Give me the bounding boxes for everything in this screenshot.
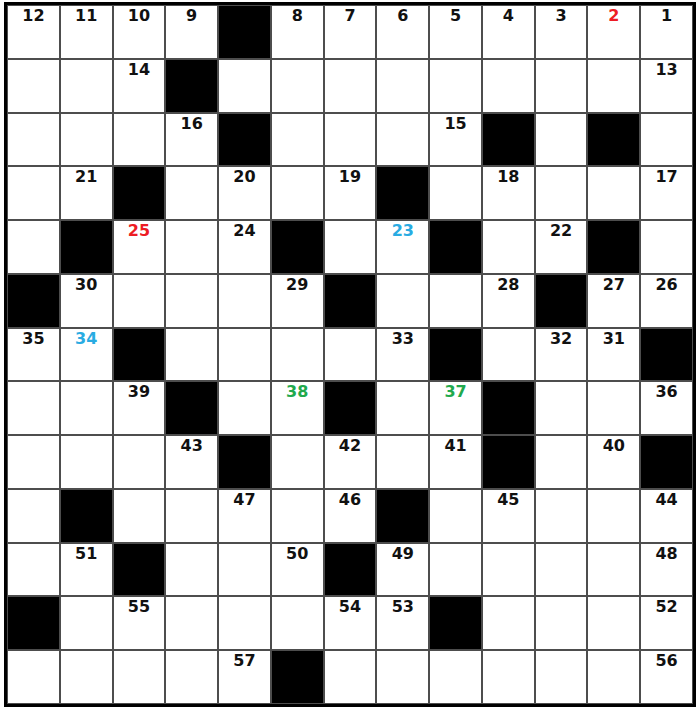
black-cell-r9c10 xyxy=(482,435,535,489)
white-cell-r13c8[interactable] xyxy=(376,650,429,704)
white-cell-r9c11[interactable] xyxy=(535,435,588,489)
white-cell-r2c8[interactable] xyxy=(376,59,429,113)
white-cell-r8c2[interactable] xyxy=(60,381,113,435)
clue-number-40: 40 xyxy=(603,436,625,455)
black-cell-r7c13 xyxy=(640,328,693,382)
white-cell-r2c10[interactable] xyxy=(482,59,535,113)
black-cell-r4c3 xyxy=(113,166,166,220)
white-cell-r4c7[interactable]: 19 xyxy=(324,166,377,220)
white-cell-r4c13[interactable]: 17 xyxy=(640,166,693,220)
clue-number-18: 18 xyxy=(497,167,519,186)
white-cell-r9c2[interactable] xyxy=(60,435,113,489)
clue-number-24: 24 xyxy=(233,221,255,240)
clue-number-9: 9 xyxy=(186,6,197,25)
white-cell-r13c2[interactable] xyxy=(60,650,113,704)
black-cell-r13c6 xyxy=(271,650,324,704)
clue-number-36: 36 xyxy=(655,382,677,401)
white-cell-r9c4[interactable]: 43 xyxy=(165,435,218,489)
white-cell-r7c2[interactable]: 34 xyxy=(60,328,113,382)
white-cell-r8c3[interactable]: 39 xyxy=(113,381,166,435)
clue-number-25: 25 xyxy=(128,221,150,240)
white-cell-r8c9[interactable]: 37 xyxy=(429,381,482,435)
clue-number-5: 5 xyxy=(450,6,461,25)
white-cell-r8c1[interactable] xyxy=(7,381,60,435)
white-cell-r3c8[interactable] xyxy=(376,113,429,167)
white-cell-r12c12[interactable] xyxy=(587,596,640,650)
white-cell-r13c12[interactable] xyxy=(587,650,640,704)
clue-number-50: 50 xyxy=(286,544,308,563)
white-cell-r1c9[interactable]: 5 xyxy=(429,5,482,59)
white-cell-r13c11[interactable] xyxy=(535,650,588,704)
white-cell-r7c7[interactable] xyxy=(324,328,377,382)
clue-number-55: 55 xyxy=(128,597,150,616)
white-cell-r6c5[interactable] xyxy=(218,274,271,328)
white-cell-r7c6[interactable] xyxy=(271,328,324,382)
white-cell-r4c1[interactable] xyxy=(7,166,60,220)
white-cell-r6c6[interactable]: 29 xyxy=(271,274,324,328)
white-cell-r12c11[interactable] xyxy=(535,596,588,650)
white-cell-r10c7[interactable]: 46 xyxy=(324,489,377,543)
white-cell-r11c13[interactable]: 48 xyxy=(640,543,693,597)
black-cell-r7c3 xyxy=(113,328,166,382)
white-cell-r5c11[interactable]: 22 xyxy=(535,220,588,274)
clue-number-26: 26 xyxy=(655,275,677,294)
clue-number-12: 12 xyxy=(22,6,44,25)
white-cell-r8c11[interactable] xyxy=(535,381,588,435)
white-cell-r3c3[interactable] xyxy=(113,113,166,167)
clue-number-39: 39 xyxy=(128,382,150,401)
black-cell-r12c9 xyxy=(429,596,482,650)
white-cell-r2c6[interactable] xyxy=(271,59,324,113)
clue-number-51: 51 xyxy=(75,544,97,563)
white-cell-r11c12[interactable] xyxy=(587,543,640,597)
white-cell-r5c1[interactable] xyxy=(7,220,60,274)
white-cell-r3c11[interactable] xyxy=(535,113,588,167)
white-cell-r6c10[interactable]: 28 xyxy=(482,274,535,328)
white-cell-r9c6[interactable] xyxy=(271,435,324,489)
white-cell-r4c4[interactable] xyxy=(165,166,218,220)
white-cell-r12c13[interactable]: 52 xyxy=(640,596,693,650)
clue-number-45: 45 xyxy=(497,490,519,509)
white-cell-r5c8[interactable]: 23 xyxy=(376,220,429,274)
clue-number-52: 52 xyxy=(655,597,677,616)
white-cell-r4c5[interactable]: 20 xyxy=(218,166,271,220)
white-cell-r11c9[interactable] xyxy=(429,543,482,597)
white-cell-r10c9[interactable] xyxy=(429,489,482,543)
clue-number-7: 7 xyxy=(344,6,355,25)
white-cell-r7c8[interactable]: 33 xyxy=(376,328,429,382)
white-cell-r10c3[interactable] xyxy=(113,489,166,543)
white-cell-r1c2[interactable]: 11 xyxy=(60,5,113,59)
clue-number-34: 34 xyxy=(75,329,97,348)
white-cell-r10c10[interactable]: 45 xyxy=(482,489,535,543)
clue-number-3: 3 xyxy=(556,6,567,25)
clue-number-56: 56 xyxy=(655,651,677,670)
white-cell-r2c7[interactable] xyxy=(324,59,377,113)
clue-number-4: 4 xyxy=(503,6,514,25)
white-cell-r8c12[interactable] xyxy=(587,381,640,435)
clue-number-47: 47 xyxy=(233,490,255,509)
white-cell-r7c4[interactable] xyxy=(165,328,218,382)
black-cell-r6c11 xyxy=(535,274,588,328)
white-cell-r6c8[interactable] xyxy=(376,274,429,328)
white-cell-r10c5[interactable]: 47 xyxy=(218,489,271,543)
clue-number-22: 22 xyxy=(550,221,572,240)
white-cell-r3c1[interactable] xyxy=(7,113,60,167)
clue-number-14: 14 xyxy=(128,60,150,79)
black-cell-r5c2 xyxy=(60,220,113,274)
clue-number-31: 31 xyxy=(603,329,625,348)
clue-number-28: 28 xyxy=(497,275,519,294)
white-cell-r1c8[interactable]: 6 xyxy=(376,5,429,59)
white-cell-r11c4[interactable] xyxy=(165,543,218,597)
white-cell-r12c3[interactable]: 55 xyxy=(113,596,166,650)
white-cell-r12c2[interactable] xyxy=(60,596,113,650)
white-cell-r1c10[interactable]: 4 xyxy=(482,5,535,59)
white-cell-r2c2[interactable] xyxy=(60,59,113,113)
white-cell-r9c12[interactable]: 40 xyxy=(587,435,640,489)
clue-number-17: 17 xyxy=(655,167,677,186)
white-cell-r1c13[interactable]: 1 xyxy=(640,5,693,59)
clue-number-35: 35 xyxy=(22,329,44,348)
white-cell-r6c2[interactable]: 30 xyxy=(60,274,113,328)
clue-number-21: 21 xyxy=(75,167,97,186)
crossword-board: 1211109876543211413161521201918172524232… xyxy=(4,2,696,707)
white-cell-r12c4[interactable] xyxy=(165,596,218,650)
white-cell-r11c1[interactable] xyxy=(7,543,60,597)
white-cell-r1c7[interactable]: 7 xyxy=(324,5,377,59)
clue-number-6: 6 xyxy=(397,6,408,25)
white-cell-r1c11[interactable]: 3 xyxy=(535,5,588,59)
black-cell-r8c4 xyxy=(165,381,218,435)
clue-number-38: 38 xyxy=(286,382,308,401)
clue-number-13: 13 xyxy=(655,60,677,79)
clue-number-2: 2 xyxy=(608,6,619,25)
clue-number-1: 1 xyxy=(661,6,672,25)
white-cell-r1c6[interactable]: 8 xyxy=(271,5,324,59)
white-cell-r13c7[interactable] xyxy=(324,650,377,704)
clue-number-29: 29 xyxy=(286,275,308,294)
white-cell-r12c6[interactable] xyxy=(271,596,324,650)
clue-number-15: 15 xyxy=(444,114,466,133)
white-cell-r11c5[interactable] xyxy=(218,543,271,597)
black-cell-r11c3 xyxy=(113,543,166,597)
white-cell-r1c3[interactable]: 10 xyxy=(113,5,166,59)
white-cell-r13c9[interactable] xyxy=(429,650,482,704)
white-cell-r4c9[interactable] xyxy=(429,166,482,220)
clue-number-19: 19 xyxy=(339,167,361,186)
white-cell-r9c7[interactable]: 42 xyxy=(324,435,377,489)
white-cell-r4c10[interactable]: 18 xyxy=(482,166,535,220)
black-cell-r9c5 xyxy=(218,435,271,489)
black-cell-r7c9 xyxy=(429,328,482,382)
clue-number-33: 33 xyxy=(392,329,414,348)
clue-number-54: 54 xyxy=(339,597,361,616)
white-cell-r4c2[interactable]: 21 xyxy=(60,166,113,220)
white-cell-r4c12[interactable] xyxy=(587,166,640,220)
black-cell-r6c1 xyxy=(7,274,60,328)
white-cell-r4c6[interactable] xyxy=(271,166,324,220)
white-cell-r11c11[interactable] xyxy=(535,543,588,597)
white-cell-r13c4[interactable] xyxy=(165,650,218,704)
black-cell-r11c7 xyxy=(324,543,377,597)
black-cell-r3c12 xyxy=(587,113,640,167)
clue-number-20: 20 xyxy=(233,167,255,186)
white-cell-r5c7[interactable] xyxy=(324,220,377,274)
black-cell-r5c9 xyxy=(429,220,482,274)
white-cell-r3c2[interactable] xyxy=(60,113,113,167)
white-cell-r3c9[interactable]: 15 xyxy=(429,113,482,167)
white-cell-r12c7[interactable]: 54 xyxy=(324,596,377,650)
white-cell-r8c13[interactable]: 36 xyxy=(640,381,693,435)
white-cell-r9c8[interactable] xyxy=(376,435,429,489)
white-cell-r10c12[interactable] xyxy=(587,489,640,543)
black-cell-r5c6 xyxy=(271,220,324,274)
black-cell-r2c4 xyxy=(165,59,218,113)
white-cell-r3c7[interactable] xyxy=(324,113,377,167)
white-cell-r7c1[interactable]: 35 xyxy=(7,328,60,382)
clue-number-42: 42 xyxy=(339,436,361,455)
black-cell-r12c1 xyxy=(7,596,60,650)
clue-number-46: 46 xyxy=(339,490,361,509)
clue-number-27: 27 xyxy=(603,275,625,294)
clue-number-43: 43 xyxy=(181,436,203,455)
white-cell-r6c13[interactable]: 26 xyxy=(640,274,693,328)
white-cell-r2c11[interactable] xyxy=(535,59,588,113)
black-cell-r6c7 xyxy=(324,274,377,328)
white-cell-r7c11[interactable]: 32 xyxy=(535,328,588,382)
white-cell-r5c5[interactable]: 24 xyxy=(218,220,271,274)
black-cell-r9c13 xyxy=(640,435,693,489)
white-cell-r3c4[interactable]: 16 xyxy=(165,113,218,167)
white-cell-r12c5[interactable] xyxy=(218,596,271,650)
white-cell-r12c10[interactable] xyxy=(482,596,535,650)
white-cell-r10c6[interactable] xyxy=(271,489,324,543)
white-cell-r10c13[interactable]: 44 xyxy=(640,489,693,543)
white-cell-r9c3[interactable] xyxy=(113,435,166,489)
clue-number-16: 16 xyxy=(181,114,203,133)
white-cell-r8c6[interactable]: 38 xyxy=(271,381,324,435)
white-cell-r11c8[interactable]: 49 xyxy=(376,543,429,597)
white-cell-r2c3[interactable]: 14 xyxy=(113,59,166,113)
white-cell-r3c13[interactable] xyxy=(640,113,693,167)
clue-number-8: 8 xyxy=(292,6,303,25)
white-cell-r11c10[interactable] xyxy=(482,543,535,597)
clue-number-10: 10 xyxy=(128,6,150,25)
white-cell-r7c5[interactable] xyxy=(218,328,271,382)
clue-number-30: 30 xyxy=(75,275,97,294)
clue-number-48: 48 xyxy=(655,544,677,563)
white-cell-r8c8[interactable] xyxy=(376,381,429,435)
black-cell-r8c10 xyxy=(482,381,535,435)
clue-number-41: 41 xyxy=(444,436,466,455)
clue-number-49: 49 xyxy=(392,544,414,563)
white-cell-r1c12[interactable]: 2 xyxy=(587,5,640,59)
white-cell-r5c4[interactable] xyxy=(165,220,218,274)
white-cell-r7c10[interactable] xyxy=(482,328,535,382)
white-cell-r6c4[interactable] xyxy=(165,274,218,328)
white-cell-r9c1[interactable] xyxy=(7,435,60,489)
black-cell-r10c8 xyxy=(376,489,429,543)
white-cell-r2c1[interactable] xyxy=(7,59,60,113)
white-cell-r4c11[interactable] xyxy=(535,166,588,220)
black-cell-r4c8 xyxy=(376,166,429,220)
white-cell-r6c12[interactable]: 27 xyxy=(587,274,640,328)
clue-number-44: 44 xyxy=(655,490,677,509)
white-cell-r10c4[interactable] xyxy=(165,489,218,543)
white-cell-r3c6[interactable] xyxy=(271,113,324,167)
black-cell-r1c5 xyxy=(218,5,271,59)
white-cell-r2c9[interactable] xyxy=(429,59,482,113)
clue-number-37: 37 xyxy=(444,382,466,401)
white-cell-r2c5[interactable] xyxy=(218,59,271,113)
clue-number-32: 32 xyxy=(550,329,572,348)
white-cell-r6c3[interactable] xyxy=(113,274,166,328)
white-cell-r5c3[interactable]: 25 xyxy=(113,220,166,274)
clue-number-23: 23 xyxy=(392,221,414,240)
white-cell-r13c10[interactable] xyxy=(482,650,535,704)
white-cell-r2c13[interactable]: 13 xyxy=(640,59,693,113)
white-cell-r7c12[interactable]: 31 xyxy=(587,328,640,382)
white-cell-r13c5[interactable]: 57 xyxy=(218,650,271,704)
white-cell-r10c1[interactable] xyxy=(7,489,60,543)
black-cell-r5c12 xyxy=(587,220,640,274)
white-cell-r11c6[interactable]: 50 xyxy=(271,543,324,597)
black-cell-r10c2 xyxy=(60,489,113,543)
white-cell-r13c3[interactable] xyxy=(113,650,166,704)
white-cell-r2c12[interactable] xyxy=(587,59,640,113)
black-cell-r3c10 xyxy=(482,113,535,167)
white-cell-r11c2[interactable]: 51 xyxy=(60,543,113,597)
white-cell-r8c5[interactable] xyxy=(218,381,271,435)
white-cell-r5c13[interactable] xyxy=(640,220,693,274)
white-cell-r13c13[interactable]: 56 xyxy=(640,650,693,704)
clue-number-11: 11 xyxy=(75,6,97,25)
white-cell-r12c8[interactable]: 53 xyxy=(376,596,429,650)
clue-number-53: 53 xyxy=(392,597,414,616)
white-cell-r1c4[interactable]: 9 xyxy=(165,5,218,59)
clue-number-57: 57 xyxy=(233,651,255,670)
black-cell-r3c5 xyxy=(218,113,271,167)
white-cell-r5c10[interactable] xyxy=(482,220,535,274)
black-cell-r8c7 xyxy=(324,381,377,435)
white-cell-r6c9[interactable] xyxy=(429,274,482,328)
white-cell-r1c1[interactable]: 12 xyxy=(7,5,60,59)
white-cell-r10c11[interactable] xyxy=(535,489,588,543)
white-cell-r9c9[interactable]: 41 xyxy=(429,435,482,489)
white-cell-r13c1[interactable] xyxy=(7,650,60,704)
